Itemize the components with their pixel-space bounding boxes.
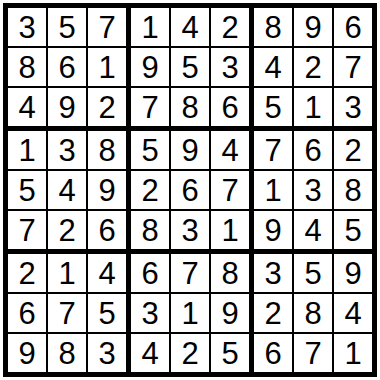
cell-r9c1[interactable]: 9 <box>8 334 46 372</box>
cell-r9c7[interactable]: 6 <box>254 334 292 372</box>
cell-r7c5[interactable]: 7 <box>171 254 209 292</box>
cell-r2c7[interactable]: 4 <box>254 48 292 86</box>
box-1-1: 357861492 <box>8 8 126 126</box>
box-2-2: 594267831 <box>131 131 249 249</box>
cell-r9c4[interactable]: 4 <box>131 334 169 372</box>
cell-r3c9[interactable]: 3 <box>334 88 372 126</box>
cell-r4c5[interactable]: 9 <box>171 131 209 169</box>
cell-r2c4[interactable]: 9 <box>131 48 169 86</box>
cell-r1c3[interactable]: 7 <box>88 8 126 46</box>
cell-r6c6[interactable]: 1 <box>211 211 249 249</box>
cell-r6c2[interactable]: 2 <box>48 211 86 249</box>
cell-r3c8[interactable]: 1 <box>294 88 332 126</box>
cell-r1c1[interactable]: 3 <box>8 8 46 46</box>
cell-r3c2[interactable]: 9 <box>48 88 86 126</box>
cell-r2c5[interactable]: 5 <box>171 48 209 86</box>
cell-r8c1[interactable]: 6 <box>8 294 46 332</box>
cell-r2c6[interactable]: 3 <box>211 48 249 86</box>
cell-r2c9[interactable]: 7 <box>334 48 372 86</box>
cell-r8c7[interactable]: 2 <box>254 294 292 332</box>
cell-r2c1[interactable]: 8 <box>8 48 46 86</box>
cell-r7c6[interactable]: 8 <box>211 254 249 292</box>
cell-r1c7[interactable]: 8 <box>254 8 292 46</box>
cell-r3c6[interactable]: 6 <box>211 88 249 126</box>
cell-r9c6[interactable]: 5 <box>211 334 249 372</box>
cell-r1c9[interactable]: 6 <box>334 8 372 46</box>
cell-r8c6[interactable]: 9 <box>211 294 249 332</box>
cell-r4c8[interactable]: 6 <box>294 131 332 169</box>
cell-r1c8[interactable]: 9 <box>294 8 332 46</box>
cell-r9c8[interactable]: 7 <box>294 334 332 372</box>
cell-r5c3[interactable]: 9 <box>88 171 126 209</box>
cell-r2c3[interactable]: 1 <box>88 48 126 86</box>
cell-r4c3[interactable]: 8 <box>88 131 126 169</box>
cell-r8c2[interactable]: 7 <box>48 294 86 332</box>
box-1-2: 142953786 <box>131 8 249 126</box>
cell-r8c8[interactable]: 8 <box>294 294 332 332</box>
cell-r5c7[interactable]: 1 <box>254 171 292 209</box>
box-3-3: 359284671 <box>254 254 372 372</box>
cell-r9c2[interactable]: 8 <box>48 334 86 372</box>
cell-r7c4[interactable]: 6 <box>131 254 169 292</box>
cell-r9c3[interactable]: 3 <box>88 334 126 372</box>
cell-r7c2[interactable]: 1 <box>48 254 86 292</box>
cell-r4c2[interactable]: 3 <box>48 131 86 169</box>
cell-r5c6[interactable]: 7 <box>211 171 249 209</box>
cell-r5c8[interactable]: 3 <box>294 171 332 209</box>
box-3-2: 678319425 <box>131 254 249 372</box>
cell-r6c1[interactable]: 7 <box>8 211 46 249</box>
box-3-1: 214675983 <box>8 254 126 372</box>
box-1-3: 896427513 <box>254 8 372 126</box>
cell-r8c4[interactable]: 3 <box>131 294 169 332</box>
cell-r7c9[interactable]: 9 <box>334 254 372 292</box>
box-2-3: 762138945 <box>254 131 372 249</box>
cell-r5c2[interactable]: 4 <box>48 171 86 209</box>
cell-r6c4[interactable]: 8 <box>131 211 169 249</box>
cell-r7c1[interactable]: 2 <box>8 254 46 292</box>
cell-r7c8[interactable]: 5 <box>294 254 332 292</box>
cell-r5c4[interactable]: 2 <box>131 171 169 209</box>
cell-r6c8[interactable]: 4 <box>294 211 332 249</box>
cell-r6c5[interactable]: 3 <box>171 211 209 249</box>
cell-r6c7[interactable]: 9 <box>254 211 292 249</box>
cell-r3c4[interactable]: 7 <box>131 88 169 126</box>
sudoku-board: 3578614921429537868964275131385497265942… <box>3 3 377 377</box>
cell-r4c7[interactable]: 7 <box>254 131 292 169</box>
cell-r6c9[interactable]: 5 <box>334 211 372 249</box>
cell-r8c3[interactable]: 5 <box>88 294 126 332</box>
cell-r3c5[interactable]: 8 <box>171 88 209 126</box>
cell-r3c1[interactable]: 4 <box>8 88 46 126</box>
cell-r8c9[interactable]: 4 <box>334 294 372 332</box>
cell-r1c6[interactable]: 2 <box>211 8 249 46</box>
cell-r5c1[interactable]: 5 <box>8 171 46 209</box>
cell-r5c5[interactable]: 6 <box>171 171 209 209</box>
cell-r4c1[interactable]: 1 <box>8 131 46 169</box>
cell-r3c7[interactable]: 5 <box>254 88 292 126</box>
cell-r7c7[interactable]: 3 <box>254 254 292 292</box>
cell-r4c9[interactable]: 2 <box>334 131 372 169</box>
box-2-1: 138549726 <box>8 131 126 249</box>
cell-r9c5[interactable]: 2 <box>171 334 209 372</box>
cell-r1c2[interactable]: 5 <box>48 8 86 46</box>
cell-r8c5[interactable]: 1 <box>171 294 209 332</box>
cell-r3c3[interactable]: 2 <box>88 88 126 126</box>
cell-r9c9[interactable]: 1 <box>334 334 372 372</box>
cell-r7c3[interactable]: 4 <box>88 254 126 292</box>
cell-r4c6[interactable]: 4 <box>211 131 249 169</box>
cell-r2c8[interactable]: 2 <box>294 48 332 86</box>
cell-r6c3[interactable]: 6 <box>88 211 126 249</box>
cell-r4c4[interactable]: 5 <box>131 131 169 169</box>
cell-r1c5[interactable]: 4 <box>171 8 209 46</box>
cell-r1c4[interactable]: 1 <box>131 8 169 46</box>
cell-r2c2[interactable]: 6 <box>48 48 86 86</box>
cell-r5c9[interactable]: 8 <box>334 171 372 209</box>
